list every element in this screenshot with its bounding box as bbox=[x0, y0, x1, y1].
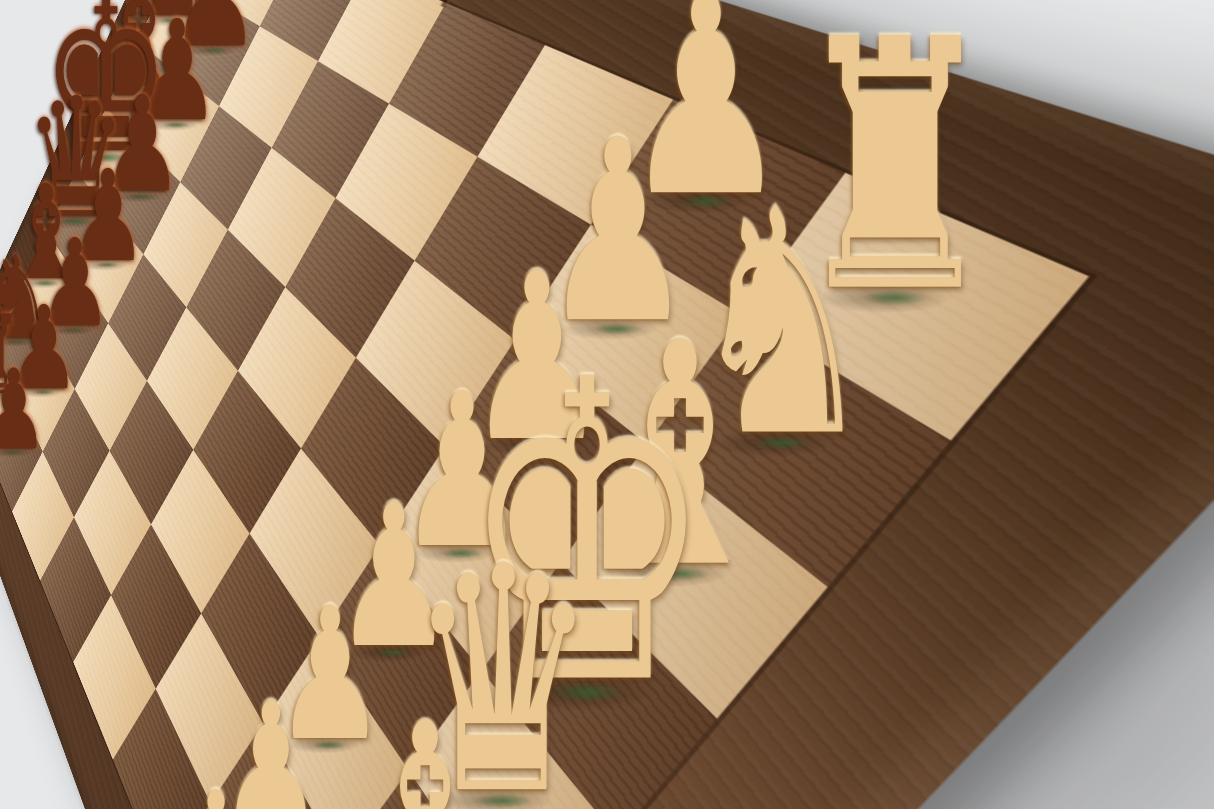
board-squares bbox=[0, 0, 1089, 809]
studio-background: ♜♞♝♛♚♝♞♜♟♟♟♟♟♟♟♟♟♟♟♟♟♟♟♟♜♞♝♛♚♝♞♜ bbox=[0, 0, 1214, 809]
chess-board[interactable] bbox=[0, 0, 1214, 809]
